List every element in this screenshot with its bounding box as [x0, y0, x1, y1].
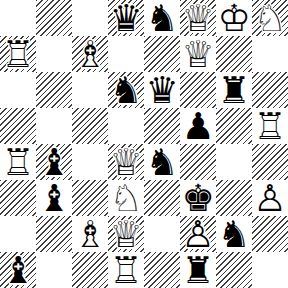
- square-f7[interactable]: ♛♕: [180, 36, 216, 72]
- square-d8[interactable]: ♛♛: [108, 0, 144, 36]
- square-g2[interactable]: ♞♞: [216, 216, 252, 252]
- square-f4[interactable]: [180, 144, 216, 180]
- black-knight-halo: ♞: [216, 216, 252, 252]
- white-rook-halo: ♜: [0, 36, 36, 72]
- white-bishop: ♗: [72, 216, 108, 252]
- square-c4[interactable]: [72, 144, 108, 180]
- black-queen-halo: ♛: [108, 0, 144, 36]
- square-d2[interactable]: ♛♕: [108, 216, 144, 252]
- square-d1[interactable]: ♜♖: [108, 252, 144, 288]
- square-h1[interactable]: [252, 252, 288, 288]
- square-c6[interactable]: [72, 72, 108, 108]
- black-rook: ♜: [180, 252, 216, 288]
- square-c1[interactable]: [72, 252, 108, 288]
- square-h4[interactable]: [252, 144, 288, 180]
- white-queen: ♕: [180, 36, 216, 72]
- square-b3[interactable]: ♝♝: [36, 180, 72, 216]
- white-pawn: ♙: [180, 216, 216, 252]
- square-b6[interactable]: [36, 72, 72, 108]
- black-queen-halo: ♛: [144, 72, 180, 108]
- square-d7[interactable]: [108, 36, 144, 72]
- square-e4[interactable]: ♞♞: [144, 144, 180, 180]
- white-knight: ♘: [252, 0, 288, 36]
- black-king: ♚: [180, 180, 216, 216]
- square-g6[interactable]: ♜♜: [216, 72, 252, 108]
- white-pawn: ♙: [252, 180, 288, 216]
- black-rook: ♜: [216, 72, 252, 108]
- black-knight: ♞: [144, 144, 180, 180]
- square-f3[interactable]: ♚♚: [180, 180, 216, 216]
- square-b1[interactable]: [36, 252, 72, 288]
- chess-board: ♛♛♞♞♛♕♚♔♞♘♜♖♝♗♛♕♞♞♛♛♜♜♟♟♜♖♜♖♝♝♛♕♞♞♝♝♞♘♚♚…: [0, 0, 288, 288]
- white-knight: ♘: [108, 180, 144, 216]
- white-queen-halo: ♛: [180, 0, 216, 36]
- square-a8[interactable]: [0, 0, 36, 36]
- square-a6[interactable]: [0, 72, 36, 108]
- black-bishop-halo: ♝: [36, 180, 72, 216]
- square-a3[interactable]: [0, 180, 36, 216]
- white-pawn-halo: ♟: [180, 216, 216, 252]
- black-bishop-halo: ♝: [0, 252, 36, 288]
- square-g4[interactable]: [216, 144, 252, 180]
- square-a5[interactable]: [0, 108, 36, 144]
- square-a4[interactable]: ♜♖: [0, 144, 36, 180]
- square-g3[interactable]: [216, 180, 252, 216]
- square-f5[interactable]: ♟♟: [180, 108, 216, 144]
- square-b8[interactable]: [36, 0, 72, 36]
- white-rook: ♖: [252, 108, 288, 144]
- black-knight-halo: ♞: [108, 72, 144, 108]
- square-d6[interactable]: ♞♞: [108, 72, 144, 108]
- white-rook-halo: ♜: [0, 144, 36, 180]
- white-queen-halo: ♛: [180, 36, 216, 72]
- black-bishop: ♝: [36, 180, 72, 216]
- square-f1[interactable]: ♜♜: [180, 252, 216, 288]
- square-g7[interactable]: [216, 36, 252, 72]
- white-rook-halo: ♜: [108, 252, 144, 288]
- black-rook-halo: ♜: [180, 252, 216, 288]
- square-e2[interactable]: [144, 216, 180, 252]
- black-knight: ♞: [216, 216, 252, 252]
- black-bishop-halo: ♝: [36, 144, 72, 180]
- square-f6[interactable]: [180, 72, 216, 108]
- square-b4[interactable]: ♝♝: [36, 144, 72, 180]
- white-knight-halo: ♞: [108, 180, 144, 216]
- white-rook-halo: ♜: [252, 108, 288, 144]
- square-e8[interactable]: ♞♞: [144, 0, 180, 36]
- white-king: ♔: [216, 0, 252, 36]
- square-f8[interactable]: ♛♕: [180, 0, 216, 36]
- black-bishop: ♝: [36, 144, 72, 180]
- white-queen-halo: ♛: [108, 144, 144, 180]
- white-queen: ♕: [180, 0, 216, 36]
- white-bishop-halo: ♝: [72, 216, 108, 252]
- square-g1[interactable]: [216, 252, 252, 288]
- white-king-halo: ♚: [216, 0, 252, 36]
- square-c2[interactable]: ♝♗: [72, 216, 108, 252]
- square-b2[interactable]: [36, 216, 72, 252]
- black-queen: ♛: [108, 0, 144, 36]
- black-king-halo: ♚: [180, 180, 216, 216]
- black-pawn-halo: ♟: [180, 108, 216, 144]
- black-bishop: ♝: [0, 252, 36, 288]
- square-e7[interactable]: [144, 36, 180, 72]
- black-rook-halo: ♜: [216, 72, 252, 108]
- square-e1[interactable]: [144, 252, 180, 288]
- square-a2[interactable]: [0, 216, 36, 252]
- white-bishop-halo: ♝: [72, 36, 108, 72]
- square-e6[interactable]: ♛♛: [144, 72, 180, 108]
- square-h7[interactable]: [252, 36, 288, 72]
- square-g5[interactable]: [216, 108, 252, 144]
- square-c7[interactable]: ♝♗: [72, 36, 108, 72]
- black-knight: ♞: [108, 72, 144, 108]
- square-a1[interactable]: ♝♝: [0, 252, 36, 288]
- black-queen: ♛: [144, 72, 180, 108]
- white-bishop: ♗: [72, 36, 108, 72]
- black-knight: ♞: [144, 0, 180, 36]
- black-pawn: ♟: [180, 108, 216, 144]
- square-b7[interactable]: [36, 36, 72, 72]
- square-d5[interactable]: [108, 108, 144, 144]
- white-rook: ♖: [0, 36, 36, 72]
- white-rook: ♖: [0, 144, 36, 180]
- white-queen: ♕: [108, 144, 144, 180]
- white-rook: ♖: [108, 252, 144, 288]
- square-h6[interactable]: [252, 72, 288, 108]
- square-f2[interactable]: ♟♙: [180, 216, 216, 252]
- square-h2[interactable]: [252, 216, 288, 252]
- black-knight-halo: ♞: [144, 0, 180, 36]
- square-b5[interactable]: [36, 108, 72, 144]
- square-c3[interactable]: [72, 180, 108, 216]
- square-a7[interactable]: ♜♖: [0, 36, 36, 72]
- square-h5[interactable]: ♜♖: [252, 108, 288, 144]
- square-e3[interactable]: [144, 180, 180, 216]
- black-knight-halo: ♞: [144, 144, 180, 180]
- white-queen: ♕: [108, 216, 144, 252]
- white-knight-halo: ♞: [252, 0, 288, 36]
- square-c8[interactable]: [72, 0, 108, 36]
- square-h3[interactable]: ♟♙: [252, 180, 288, 216]
- white-pawn-halo: ♟: [252, 180, 288, 216]
- square-h8[interactable]: ♞♘: [252, 0, 288, 36]
- white-queen-halo: ♛: [108, 216, 144, 252]
- square-g8[interactable]: ♚♔: [216, 0, 252, 36]
- square-c5[interactable]: [72, 108, 108, 144]
- square-d3[interactable]: ♞♘: [108, 180, 144, 216]
- square-d4[interactable]: ♛♕: [108, 144, 144, 180]
- square-e5[interactable]: [144, 108, 180, 144]
